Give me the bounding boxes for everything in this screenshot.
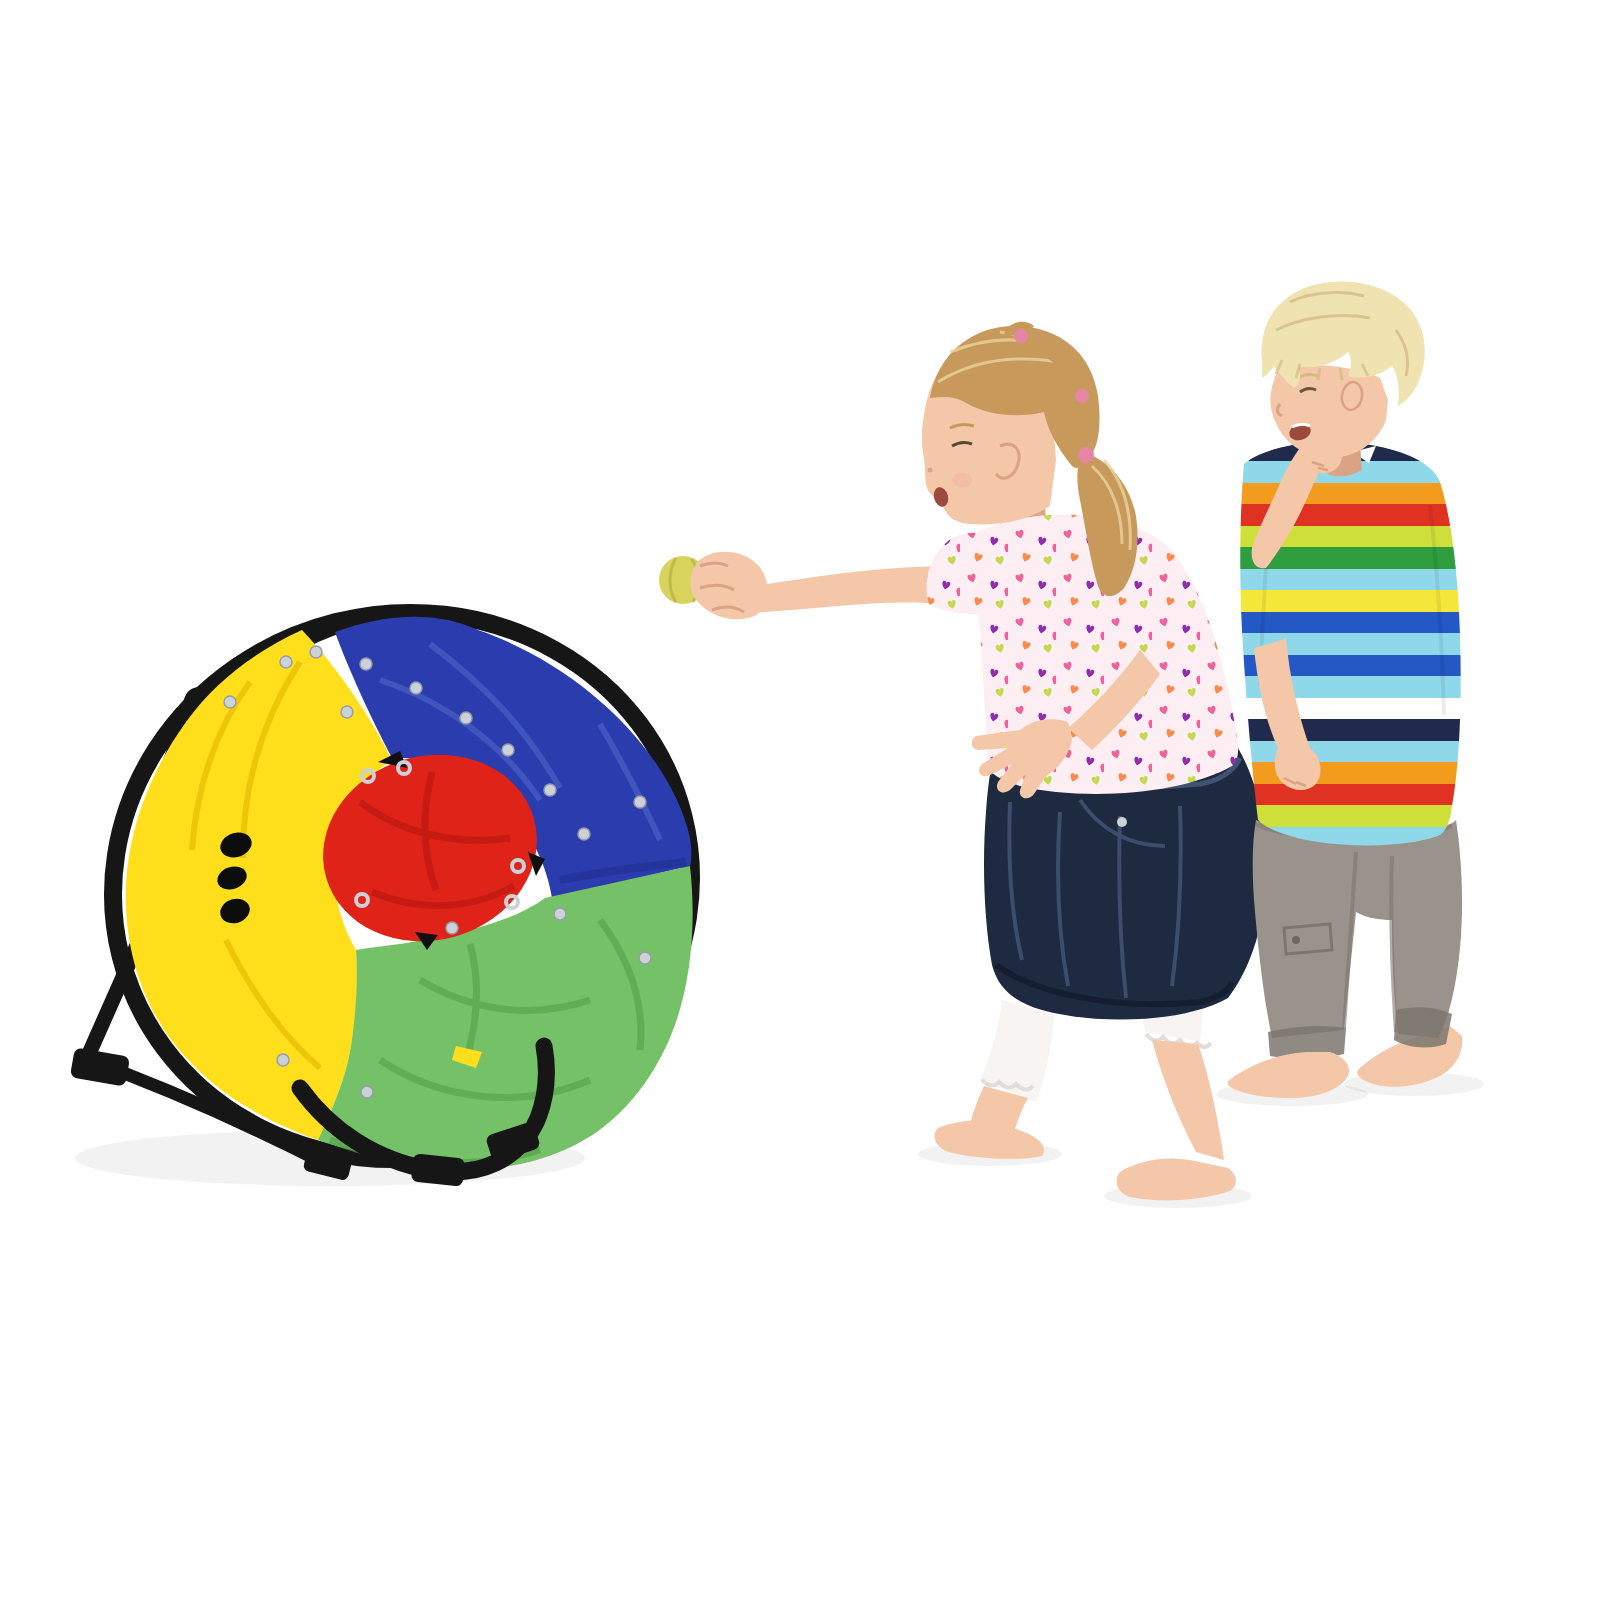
boy [1228,282,1463,1098]
hair-tie [1014,329,1028,343]
skirt-button [1117,817,1127,827]
girl [659,322,1267,1201]
girl-throwing-hand [690,552,768,619]
toss-target [55,552,749,1220]
ring-foot [411,1153,466,1186]
girl-back-foot [1117,1159,1236,1201]
photo-canvas: Two barefoot children play an indoor tos… [0,0,1600,1600]
pocket-grommet [506,896,518,908]
hair-tie [1075,389,1089,403]
girl-right-sleeve [927,533,1005,614]
girl-throwing-arm [735,566,958,613]
boy-trousers [1253,820,1462,1059]
pocket-button [1292,936,1300,944]
hair-tie [1078,447,1094,463]
trouser-cuff [1394,1007,1452,1047]
girl-back-calf [1152,1040,1224,1160]
cargo-pocket-flap [1284,924,1332,954]
